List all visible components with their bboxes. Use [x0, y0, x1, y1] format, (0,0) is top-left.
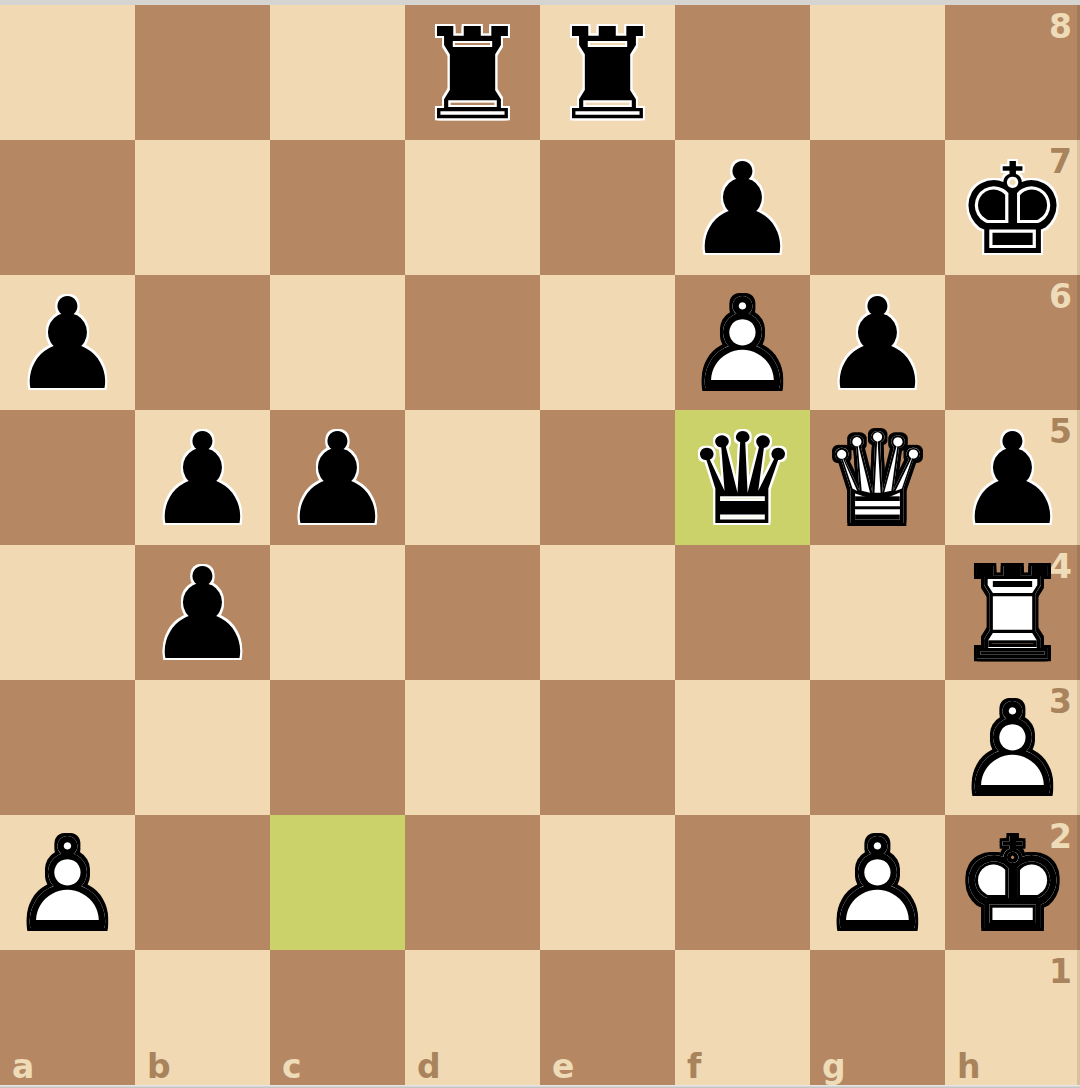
square-a4[interactable] [0, 545, 135, 680]
coordinate-file-a: a [12, 1050, 34, 1083]
black-pawn[interactable]: ♟♟ [945, 410, 1080, 545]
piece-detail-layer: ♙ [11, 822, 124, 948]
coordinate-file-h: h [957, 1050, 981, 1083]
coordinate-file-b: b [147, 1050, 171, 1083]
square-g4[interactable] [810, 545, 945, 680]
white-pawn[interactable]: ♟♟♙ [675, 275, 810, 410]
square-b5[interactable]: ♟♟ [135, 410, 270, 545]
square-g8[interactable] [810, 5, 945, 140]
white-pawn[interactable]: ♟♟♙ [0, 815, 135, 950]
square-h4[interactable]: 4♜♜♖ [945, 545, 1080, 680]
piece-fill-layer: ♟ [146, 417, 259, 543]
black-pawn[interactable]: ♟♟ [810, 275, 945, 410]
coordinate-rank-1: 1 [1049, 955, 1072, 988]
square-h2[interactable]: 2♚♚♔ [945, 815, 1080, 950]
black-pawn[interactable]: ♟♟ [0, 275, 135, 410]
square-c5[interactable]: ♟♟ [270, 410, 405, 545]
black-pawn[interactable]: ♟♟ [135, 545, 270, 680]
square-g7[interactable] [810, 140, 945, 275]
square-h6[interactable]: 6 [945, 275, 1080, 410]
piece-detail-layer: ♖ [956, 552, 1069, 678]
square-e1[interactable]: e [540, 950, 675, 1085]
piece-detail-layer: ♙ [821, 822, 934, 948]
piece-detail-layer: ♙ [956, 687, 1069, 813]
piece-fill-layer: ♟ [821, 282, 934, 408]
square-d4[interactable] [405, 545, 540, 680]
black-rook[interactable]: ♜♜ [405, 5, 540, 140]
coordinate-file-g: g [822, 1050, 846, 1083]
coordinate-rank-6: 6 [1049, 280, 1072, 313]
square-g1[interactable]: g [810, 950, 945, 1085]
square-h1[interactable]: 1h [945, 950, 1080, 1085]
coordinate-file-d: d [417, 1050, 441, 1083]
white-pawn[interactable]: ♟♟♙ [945, 680, 1080, 815]
square-f5[interactable]: ♛♛ [675, 410, 810, 545]
piece-fill-layer: ♟ [686, 147, 799, 273]
square-h8[interactable]: 8 [945, 5, 1080, 140]
black-rook[interactable]: ♜♜ [540, 5, 675, 140]
square-g3[interactable] [810, 680, 945, 815]
square-a6[interactable]: ♟♟ [0, 275, 135, 410]
chess-board: ♜♜♜♜8♟♟7♚♚♟♟♟♟♙♟♟6♟♟♟♟♛♛♛♛♕5♟♟♟♟4♜♜♖3♟♟♙… [0, 5, 1080, 1085]
square-e2[interactable] [540, 815, 675, 950]
square-b2[interactable] [135, 815, 270, 950]
square-a2[interactable]: ♟♟♙ [0, 815, 135, 950]
coordinate-rank-8: 8 [1049, 10, 1072, 43]
square-a3[interactable] [0, 680, 135, 815]
square-a5[interactable] [0, 410, 135, 545]
piece-fill-layer: ♛ [686, 417, 799, 543]
square-b6[interactable] [135, 275, 270, 410]
square-a1[interactable]: a [0, 950, 135, 1085]
square-g2[interactable]: ♟♟♙ [810, 815, 945, 950]
square-g6[interactable]: ♟♟ [810, 275, 945, 410]
coordinate-file-f: f [687, 1050, 701, 1083]
white-pawn[interactable]: ♟♟♙ [810, 815, 945, 950]
square-c2[interactable] [270, 815, 405, 950]
black-king[interactable]: ♚♚ [945, 140, 1080, 275]
square-f6[interactable]: ♟♟♙ [675, 275, 810, 410]
square-d5[interactable] [405, 410, 540, 545]
square-d8[interactable]: ♜♜ [405, 5, 540, 140]
square-f3[interactable] [675, 680, 810, 815]
white-queen[interactable]: ♛♛♕ [810, 410, 945, 545]
square-c6[interactable] [270, 275, 405, 410]
square-e6[interactable] [540, 275, 675, 410]
square-f1[interactable]: f [675, 950, 810, 1085]
square-e7[interactable] [540, 140, 675, 275]
square-f2[interactable] [675, 815, 810, 950]
square-a7[interactable] [0, 140, 135, 275]
square-e5[interactable] [540, 410, 675, 545]
coordinate-file-e: e [552, 1050, 574, 1083]
square-b1[interactable]: b [135, 950, 270, 1085]
square-d2[interactable] [405, 815, 540, 950]
square-f7[interactable]: ♟♟ [675, 140, 810, 275]
piece-fill-layer: ♚ [956, 147, 1069, 273]
piece-detail-layer: ♔ [956, 822, 1069, 948]
piece-detail-layer: ♕ [821, 417, 934, 543]
square-f8[interactable] [675, 5, 810, 140]
square-d6[interactable] [405, 275, 540, 410]
piece-fill-layer: ♟ [281, 417, 394, 543]
piece-fill-layer: ♜ [551, 12, 664, 138]
square-d7[interactable] [405, 140, 540, 275]
square-e4[interactable] [540, 545, 675, 680]
square-e8[interactable]: ♜♜ [540, 5, 675, 140]
square-a8[interactable] [0, 5, 135, 140]
square-b4[interactable]: ♟♟ [135, 545, 270, 680]
square-c1[interactable]: c [270, 950, 405, 1085]
piece-fill-layer: ♟ [146, 552, 259, 678]
square-c8[interactable] [270, 5, 405, 140]
black-pawn[interactable]: ♟♟ [675, 140, 810, 275]
square-d3[interactable] [405, 680, 540, 815]
square-d1[interactable]: d [405, 950, 540, 1085]
black-pawn[interactable]: ♟♟ [270, 410, 405, 545]
square-c4[interactable] [270, 545, 405, 680]
piece-fill-layer: ♜ [416, 12, 529, 138]
square-b3[interactable] [135, 680, 270, 815]
square-e3[interactable] [540, 680, 675, 815]
square-b8[interactable] [135, 5, 270, 140]
square-f4[interactable] [675, 545, 810, 680]
square-c7[interactable] [270, 140, 405, 275]
square-h5[interactable]: 5♟♟ [945, 410, 1080, 545]
screenshot-root: ♜♜♜♜8♟♟7♚♚♟♟♟♟♙♟♟6♟♟♟♟♛♛♛♛♕5♟♟♟♟4♜♜♖3♟♟♙… [0, 0, 1080, 1088]
square-b7[interactable] [135, 140, 270, 275]
square-h7[interactable]: 7♚♚ [945, 140, 1080, 275]
coordinate-file-c: c [282, 1050, 302, 1083]
square-g5[interactable]: ♛♛♕ [810, 410, 945, 545]
square-h3[interactable]: 3♟♟♙ [945, 680, 1080, 815]
piece-fill-layer: ♟ [956, 417, 1069, 543]
black-pawn[interactable]: ♟♟ [135, 410, 270, 545]
white-king[interactable]: ♚♚♔ [945, 815, 1080, 950]
piece-fill-layer: ♟ [11, 282, 124, 408]
white-rook[interactable]: ♜♜♖ [945, 545, 1080, 680]
piece-detail-layer: ♙ [686, 282, 799, 408]
black-queen[interactable]: ♛♛ [675, 410, 810, 545]
square-c3[interactable] [270, 680, 405, 815]
